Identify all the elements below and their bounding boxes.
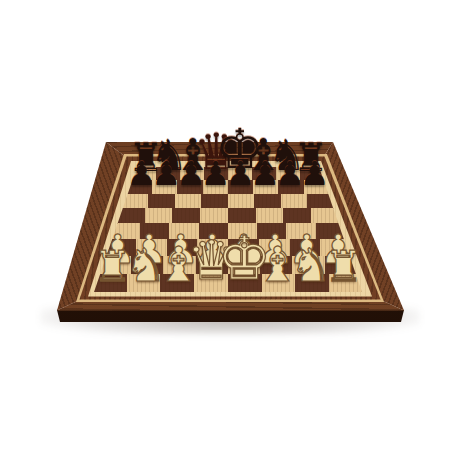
piece-white-rook: ♜ — [323, 246, 365, 288]
chess-set-photo: ♜♞♝♛♚♝♞♜♟♟♟♟♟♟♟♟♟♟♟♟♟♟♟♟♜♞♝♛♚♝♞♜ — [0, 0, 458, 458]
piece-black-pawn: ♟ — [298, 157, 331, 190]
pieces-layer: ♜♞♝♛♚♝♞♜♟♟♟♟♟♟♟♟♟♟♟♟♟♟♟♟♜♞♝♛♚♝♞♜ — [0, 0, 458, 458]
